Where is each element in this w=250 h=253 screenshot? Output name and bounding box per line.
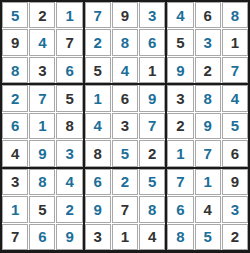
cell-r7-c4[interactable]: 6 xyxy=(85,169,111,195)
cell-r8-c9[interactable]: 3 xyxy=(222,196,248,222)
cell-r3-c2[interactable]: 3 xyxy=(29,57,55,83)
cell-r6-c4[interactable]: 8 xyxy=(85,140,111,166)
box-1: 521947836 xyxy=(2,2,83,83)
cell-r2-c4[interactable]: 2 xyxy=(85,29,111,55)
cell-r2-c6[interactable]: 6 xyxy=(139,29,165,55)
cell-r7-c9[interactable]: 9 xyxy=(222,169,248,195)
cell-r5-c7[interactable]: 2 xyxy=(167,113,193,139)
cell-r1-c6[interactable]: 3 xyxy=(139,2,165,28)
cell-r5-c9[interactable]: 5 xyxy=(222,113,248,139)
cell-r4-c2[interactable]: 7 xyxy=(29,85,55,111)
cell-r2-c5[interactable]: 8 xyxy=(112,29,138,55)
cell-r4-c6[interactable]: 9 xyxy=(139,85,165,111)
cell-r2-c8[interactable]: 3 xyxy=(195,29,221,55)
sudoku-board: 5219478367932865414685319272756184931694… xyxy=(0,0,250,253)
cell-r6-c5[interactable]: 5 xyxy=(112,140,138,166)
cell-r6-c3[interactable]: 3 xyxy=(56,140,82,166)
cell-r9-c3[interactable]: 9 xyxy=(56,224,82,250)
cell-r1-c3[interactable]: 1 xyxy=(56,2,82,28)
cell-r3-c4[interactable]: 5 xyxy=(85,57,111,83)
cell-r1-c1[interactable]: 5 xyxy=(2,2,28,28)
cell-r1-c4[interactable]: 7 xyxy=(85,2,111,28)
cell-r3-c3[interactable]: 6 xyxy=(56,57,82,83)
cell-r9-c5[interactable]: 1 xyxy=(112,224,138,250)
cell-r4-c9[interactable]: 4 xyxy=(222,85,248,111)
cell-r4-c4[interactable]: 1 xyxy=(85,85,111,111)
box-4: 275618493 xyxy=(2,85,83,166)
cell-r1-c2[interactable]: 2 xyxy=(29,2,55,28)
cell-r6-c2[interactable]: 9 xyxy=(29,140,55,166)
cell-r8-c3[interactable]: 2 xyxy=(56,196,82,222)
cell-r5-c3[interactable]: 8 xyxy=(56,113,82,139)
cell-r6-c1[interactable]: 4 xyxy=(2,140,28,166)
box-6: 384295176 xyxy=(167,85,248,166)
cell-r4-c1[interactable]: 2 xyxy=(2,85,28,111)
box-8: 625978314 xyxy=(85,169,166,250)
cell-r5-c8[interactable]: 9 xyxy=(195,113,221,139)
cell-r6-c8[interactable]: 7 xyxy=(195,140,221,166)
cell-r3-c8[interactable]: 2 xyxy=(195,57,221,83)
cell-r2-c3[interactable]: 7 xyxy=(56,29,82,55)
cell-r2-c2[interactable]: 4 xyxy=(29,29,55,55)
cell-r9-c9[interactable]: 2 xyxy=(222,224,248,250)
cell-r1-c7[interactable]: 4 xyxy=(167,2,193,28)
cell-r8-c5[interactable]: 7 xyxy=(112,196,138,222)
box-2: 793286541 xyxy=(85,2,166,83)
box-3: 468531927 xyxy=(167,2,248,83)
box-9: 719643852 xyxy=(167,169,248,250)
cell-r8-c4[interactable]: 9 xyxy=(85,196,111,222)
cell-r3-c7[interactable]: 9 xyxy=(167,57,193,83)
cell-r9-c7[interactable]: 8 xyxy=(167,224,193,250)
cell-r9-c6[interactable]: 4 xyxy=(139,224,165,250)
box-5: 169437852 xyxy=(85,85,166,166)
cell-r5-c5[interactable]: 3 xyxy=(112,113,138,139)
cell-r4-c8[interactable]: 8 xyxy=(195,85,221,111)
cell-r2-c7[interactable]: 5 xyxy=(167,29,193,55)
cell-r7-c6[interactable]: 5 xyxy=(139,169,165,195)
cell-r1-c8[interactable]: 6 xyxy=(195,2,221,28)
cell-r6-c6[interactable]: 2 xyxy=(139,140,165,166)
cell-r7-c8[interactable]: 1 xyxy=(195,169,221,195)
cell-r4-c7[interactable]: 3 xyxy=(167,85,193,111)
cell-r5-c4[interactable]: 4 xyxy=(85,113,111,139)
cell-r8-c8[interactable]: 4 xyxy=(195,196,221,222)
cell-r3-c1[interactable]: 8 xyxy=(2,57,28,83)
cell-r8-c1[interactable]: 1 xyxy=(2,196,28,222)
cell-r5-c1[interactable]: 6 xyxy=(2,113,28,139)
cell-r3-c9[interactable]: 7 xyxy=(222,57,248,83)
cell-r4-c5[interactable]: 6 xyxy=(112,85,138,111)
cell-r2-c1[interactable]: 9 xyxy=(2,29,28,55)
cell-r8-c2[interactable]: 5 xyxy=(29,196,55,222)
cell-r7-c2[interactable]: 8 xyxy=(29,169,55,195)
cell-r3-c6[interactable]: 1 xyxy=(139,57,165,83)
cell-r1-c5[interactable]: 9 xyxy=(112,2,138,28)
cell-r6-c7[interactable]: 1 xyxy=(167,140,193,166)
cell-r2-c9[interactable]: 1 xyxy=(222,29,248,55)
cell-r7-c7[interactable]: 7 xyxy=(167,169,193,195)
cell-r5-c2[interactable]: 1 xyxy=(29,113,55,139)
cell-r9-c4[interactable]: 3 xyxy=(85,224,111,250)
cell-r7-c3[interactable]: 4 xyxy=(56,169,82,195)
cell-r9-c1[interactable]: 7 xyxy=(2,224,28,250)
cell-r3-c5[interactable]: 4 xyxy=(112,57,138,83)
cell-r5-c6[interactable]: 7 xyxy=(139,113,165,139)
cell-r8-c7[interactable]: 6 xyxy=(167,196,193,222)
cell-r8-c6[interactable]: 8 xyxy=(139,196,165,222)
cell-r1-c9[interactable]: 8 xyxy=(222,2,248,28)
cell-r9-c2[interactable]: 6 xyxy=(29,224,55,250)
cell-r7-c5[interactable]: 2 xyxy=(112,169,138,195)
cell-r7-c1[interactable]: 3 xyxy=(2,169,28,195)
cell-r4-c3[interactable]: 5 xyxy=(56,85,82,111)
cell-r9-c8[interactable]: 5 xyxy=(195,224,221,250)
cell-r6-c9[interactable]: 6 xyxy=(222,140,248,166)
box-7: 384152769 xyxy=(2,169,83,250)
